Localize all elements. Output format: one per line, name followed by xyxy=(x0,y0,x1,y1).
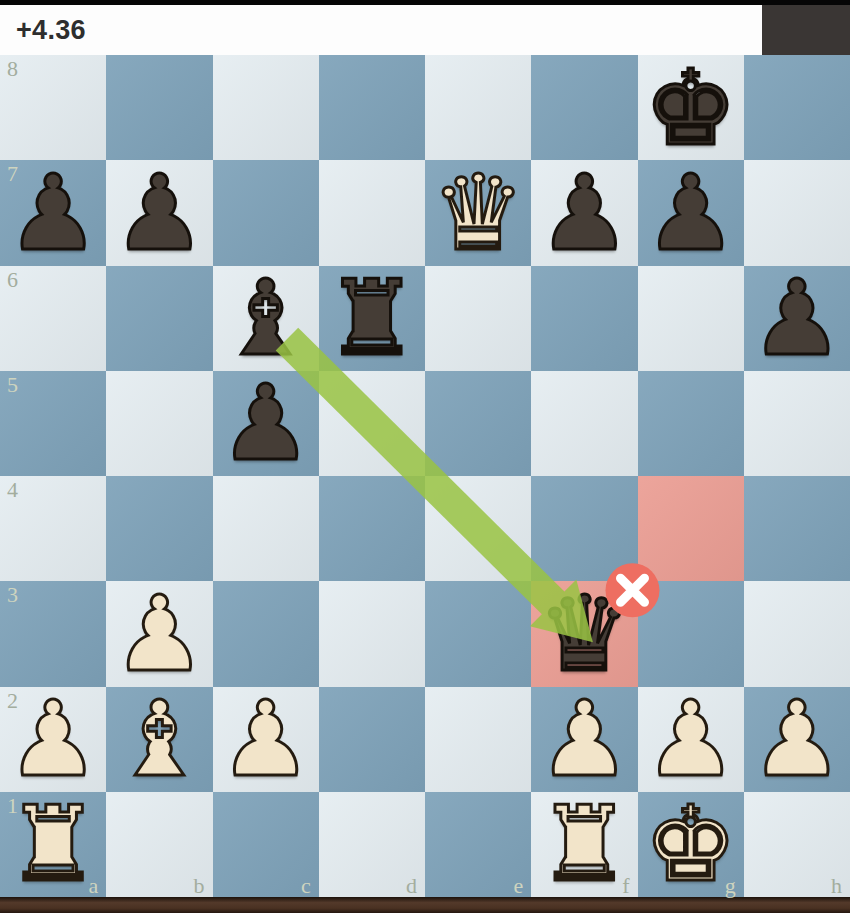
chess-analysis-app: +4.36 8♚7♟♟♛♟♟6♝♜♟5♟43♟♛2♟♝♟♟♟♟1a♜bcdef♜… xyxy=(0,0,850,913)
rank-label-4: 4 xyxy=(7,477,18,503)
square-f8[interactable] xyxy=(531,55,637,160)
black-pawn[interactable]: ♟ xyxy=(744,266,850,371)
square-b7[interactable]: ♟ xyxy=(106,160,212,265)
file-label-c: c xyxy=(301,873,311,899)
square-a4[interactable]: 4 xyxy=(0,476,106,581)
black-pawn[interactable]: ♟ xyxy=(0,160,106,265)
square-b3[interactable]: ♟ xyxy=(106,581,212,686)
square-f2[interactable]: ♟ xyxy=(531,687,637,792)
square-e7[interactable]: ♛ xyxy=(425,160,531,265)
white-bishop[interactable]: ♝ xyxy=(106,687,212,792)
square-a2[interactable]: 2♟ xyxy=(0,687,106,792)
square-a5[interactable]: 5 xyxy=(0,371,106,476)
chess-board[interactable]: 8♚7♟♟♛♟♟6♝♜♟5♟43♟♛2♟♝♟♟♟♟1a♜bcdef♜g♚h xyxy=(0,55,850,897)
square-h1[interactable]: h xyxy=(744,792,850,897)
square-a7[interactable]: 7♟ xyxy=(0,160,106,265)
rank-label-5: 5 xyxy=(7,372,18,398)
square-g5[interactable] xyxy=(638,371,744,476)
square-c6[interactable]: ♝ xyxy=(213,266,319,371)
square-h2[interactable]: ♟ xyxy=(744,687,850,792)
square-a3[interactable]: 3 xyxy=(0,581,106,686)
square-c1[interactable]: c xyxy=(213,792,319,897)
square-c4[interactable] xyxy=(213,476,319,581)
square-b6[interactable] xyxy=(106,266,212,371)
black-pawn[interactable]: ♟ xyxy=(531,160,637,265)
square-g4[interactable] xyxy=(638,476,744,581)
square-a1[interactable]: 1a♜ xyxy=(0,792,106,897)
square-g6[interactable] xyxy=(638,266,744,371)
square-d1[interactable]: d xyxy=(319,792,425,897)
square-h8[interactable] xyxy=(744,55,850,160)
square-d6[interactable]: ♜ xyxy=(319,266,425,371)
white-rook[interactable]: ♜ xyxy=(531,792,637,897)
square-e5[interactable] xyxy=(425,371,531,476)
file-label-h: h xyxy=(831,873,842,899)
square-d2[interactable] xyxy=(319,687,425,792)
square-h3[interactable] xyxy=(744,581,850,686)
square-b4[interactable] xyxy=(106,476,212,581)
rank-label-8: 8 xyxy=(7,56,18,82)
square-d5[interactable] xyxy=(319,371,425,476)
square-f4[interactable] xyxy=(531,476,637,581)
white-pawn[interactable]: ♟ xyxy=(531,687,637,792)
black-rook[interactable]: ♜ xyxy=(319,266,425,371)
square-g1[interactable]: g♚ xyxy=(638,792,744,897)
square-b1[interactable]: b xyxy=(106,792,212,897)
square-e8[interactable] xyxy=(425,55,531,160)
square-e2[interactable] xyxy=(425,687,531,792)
square-c3[interactable] xyxy=(213,581,319,686)
evaluation-bar-black-segment xyxy=(762,5,850,55)
square-e3[interactable] xyxy=(425,581,531,686)
white-pawn[interactable]: ♟ xyxy=(638,687,744,792)
white-pawn[interactable]: ♟ xyxy=(213,687,319,792)
square-d3[interactable] xyxy=(319,581,425,686)
square-b5[interactable] xyxy=(106,371,212,476)
white-rook[interactable]: ♜ xyxy=(0,792,106,897)
square-f5[interactable] xyxy=(531,371,637,476)
black-pawn[interactable]: ♟ xyxy=(106,160,212,265)
square-g3[interactable] xyxy=(638,581,744,686)
black-bishop[interactable]: ♝ xyxy=(213,266,319,371)
board-container: 8♚7♟♟♛♟♟6♝♜♟5♟43♟♛2♟♝♟♟♟♟1a♜bcdef♜g♚h xyxy=(0,55,850,897)
file-label-b: b xyxy=(194,873,205,899)
square-e1[interactable]: e xyxy=(425,792,531,897)
square-f3[interactable]: ♛ xyxy=(531,581,637,686)
square-h6[interactable]: ♟ xyxy=(744,266,850,371)
file-label-d: d xyxy=(406,873,417,899)
white-pawn[interactable]: ♟ xyxy=(744,687,850,792)
square-a8[interactable]: 8 xyxy=(0,55,106,160)
white-king[interactable]: ♚ xyxy=(638,792,744,897)
square-f1[interactable]: f♜ xyxy=(531,792,637,897)
black-king[interactable]: ♚ xyxy=(638,55,744,160)
square-d4[interactable] xyxy=(319,476,425,581)
square-g2[interactable]: ♟ xyxy=(638,687,744,792)
square-g8[interactable]: ♚ xyxy=(638,55,744,160)
square-e6[interactable] xyxy=(425,266,531,371)
black-queen[interactable]: ♛ xyxy=(531,581,637,686)
square-d8[interactable] xyxy=(319,55,425,160)
black-pawn[interactable]: ♟ xyxy=(638,160,744,265)
square-h7[interactable] xyxy=(744,160,850,265)
square-c7[interactable] xyxy=(213,160,319,265)
square-c8[interactable] xyxy=(213,55,319,160)
square-a6[interactable]: 6 xyxy=(0,266,106,371)
square-f7[interactable]: ♟ xyxy=(531,160,637,265)
square-e4[interactable] xyxy=(425,476,531,581)
file-label-e: e xyxy=(513,873,523,899)
black-pawn[interactable]: ♟ xyxy=(213,371,319,476)
square-h4[interactable] xyxy=(744,476,850,581)
square-g7[interactable]: ♟ xyxy=(638,160,744,265)
square-f6[interactable] xyxy=(531,266,637,371)
white-pawn[interactable]: ♟ xyxy=(106,581,212,686)
square-c5[interactable]: ♟ xyxy=(213,371,319,476)
white-queen[interactable]: ♛ xyxy=(425,160,531,265)
square-d7[interactable] xyxy=(319,160,425,265)
evaluation-score: +4.36 xyxy=(0,15,86,46)
square-h5[interactable] xyxy=(744,371,850,476)
square-c2[interactable]: ♟ xyxy=(213,687,319,792)
square-b8[interactable] xyxy=(106,55,212,160)
square-b2[interactable]: ♝ xyxy=(106,687,212,792)
white-pawn[interactable]: ♟ xyxy=(0,687,106,792)
rank-label-3: 3 xyxy=(7,582,18,608)
